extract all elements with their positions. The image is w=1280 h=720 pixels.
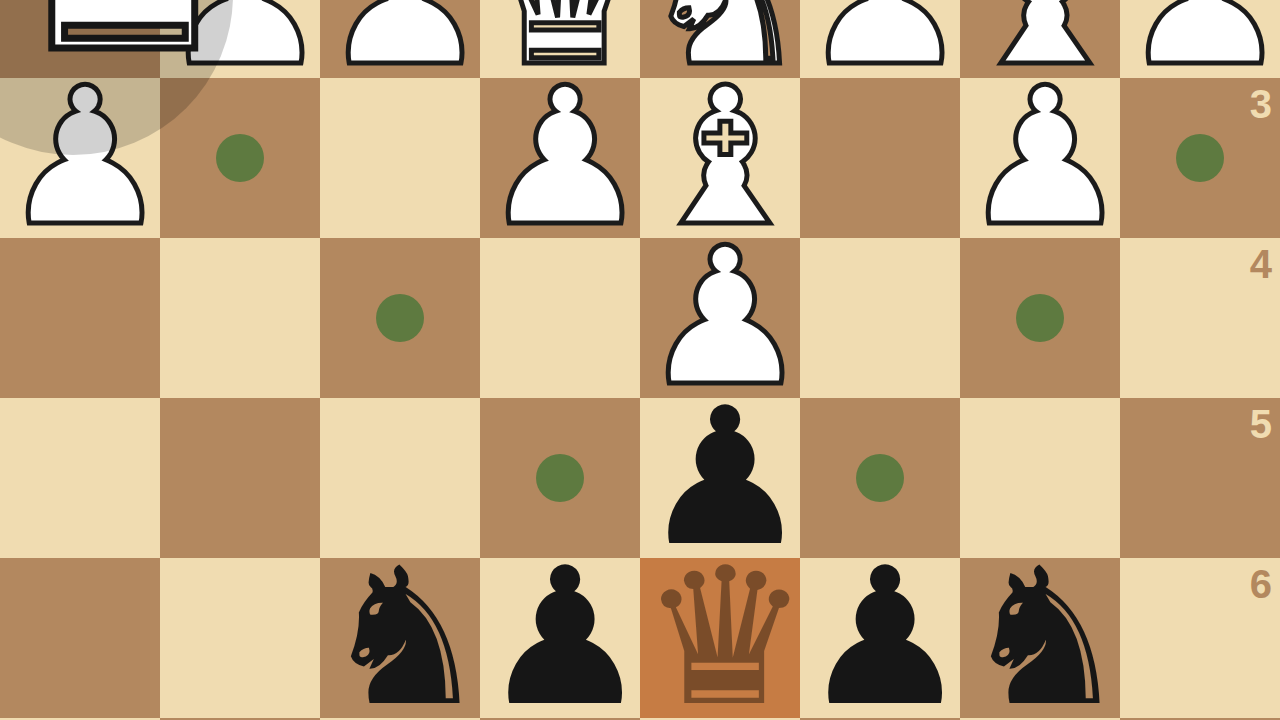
square-f4[interactable] bbox=[320, 238, 480, 398]
square-g5[interactable] bbox=[160, 398, 320, 558]
piece-black-knight-f6[interactable]: ♞ bbox=[320, 558, 480, 718]
square-g4[interactable] bbox=[160, 238, 320, 398]
square-h6[interactable] bbox=[0, 558, 160, 718]
square-a2[interactable]: ♟ bbox=[1120, 0, 1280, 78]
piece-white-pawn-b3[interactable]: ♟ bbox=[960, 78, 1120, 238]
square-c6[interactable]: ♟ bbox=[800, 558, 960, 718]
square-f2[interactable]: ♟ bbox=[320, 0, 480, 78]
move-dest-dot-f4[interactable] bbox=[376, 294, 424, 342]
move-dest-dot-c5[interactable] bbox=[856, 454, 904, 502]
piece-white-pawn-c2[interactable]: ♟ bbox=[800, 0, 960, 78]
square-a4[interactable]: 4 bbox=[1120, 238, 1280, 398]
square-c2[interactable]: ♟ bbox=[800, 0, 960, 78]
square-h4[interactable] bbox=[0, 238, 160, 398]
dragged-piece-ghost: ♛ bbox=[0, 0, 295, 100]
square-e4[interactable] bbox=[480, 238, 640, 398]
drag-origin-ghost-black-queen-d6[interactable]: ♛ bbox=[640, 558, 800, 718]
rank-label-5: 5 bbox=[1250, 402, 1272, 447]
piece-black-pawn-c6[interactable]: ♟ bbox=[800, 558, 960, 718]
square-h5[interactable] bbox=[0, 398, 160, 558]
square-d6[interactable]: ♛ bbox=[640, 558, 800, 718]
square-c4[interactable] bbox=[800, 238, 960, 398]
piece-white-pawn-e3[interactable]: ♟ bbox=[480, 78, 640, 238]
piece-black-knight-b6[interactable]: ♞ bbox=[960, 558, 1120, 718]
board-viewport: ♟♟♛♞♟♝♟♟♟♝♟3♟4♟5♞♟♛♟♞6 ♛ bbox=[0, 0, 1280, 720]
square-b4[interactable] bbox=[960, 238, 1120, 398]
piece-white-pawn-a2[interactable]: ♟ bbox=[1120, 0, 1280, 78]
square-f3[interactable] bbox=[320, 78, 480, 238]
square-a5[interactable]: 5 bbox=[1120, 398, 1280, 558]
square-f6[interactable]: ♞ bbox=[320, 558, 480, 718]
piece-black-pawn-e6[interactable]: ♟ bbox=[480, 558, 640, 718]
rank-label-4: 4 bbox=[1250, 242, 1272, 287]
square-c3[interactable] bbox=[800, 78, 960, 238]
rank-label-6: 6 bbox=[1250, 562, 1272, 607]
piece-white-pawn-f2[interactable]: ♟ bbox=[320, 0, 480, 78]
move-dest-dot-g3[interactable] bbox=[216, 134, 264, 182]
square-b3[interactable]: ♟ bbox=[960, 78, 1120, 238]
move-dest-dot-e5[interactable] bbox=[536, 454, 584, 502]
square-g6[interactable] bbox=[160, 558, 320, 718]
square-a6[interactable]: 6 bbox=[1120, 558, 1280, 718]
square-a3[interactable]: 3 bbox=[1120, 78, 1280, 238]
square-e6[interactable]: ♟ bbox=[480, 558, 640, 718]
square-b6[interactable]: ♞ bbox=[960, 558, 1120, 718]
move-dest-dot-a3[interactable] bbox=[1176, 134, 1224, 182]
move-dest-dot-b4[interactable] bbox=[1016, 294, 1064, 342]
square-e3[interactable]: ♟ bbox=[480, 78, 640, 238]
rank-label-3: 3 bbox=[1250, 82, 1272, 127]
